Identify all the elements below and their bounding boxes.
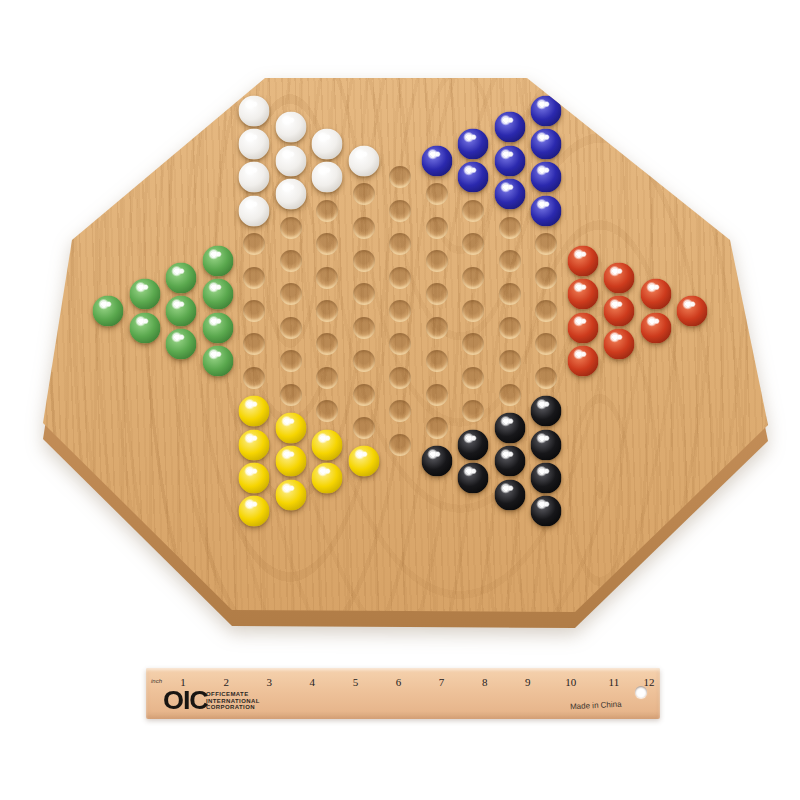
board-hole[interactable] [316, 267, 338, 289]
board-hole[interactable] [462, 233, 484, 255]
ruler-inch-number: 3 [266, 676, 272, 688]
marble-white[interactable] [239, 195, 270, 226]
marble-red[interactable] [604, 262, 635, 293]
board-hole[interactable] [353, 183, 375, 205]
board-hole[interactable] [462, 200, 484, 222]
marble-green[interactable] [202, 279, 233, 310]
board-hole[interactable] [426, 183, 448, 205]
marble-black[interactable] [458, 463, 489, 494]
marble-white[interactable] [312, 129, 343, 160]
marble-blue[interactable] [458, 162, 489, 193]
marble-white[interactable] [312, 162, 343, 193]
board-hole[interactable] [426, 250, 448, 272]
ruler-inch-number: 11 [609, 676, 620, 688]
board-hole[interactable] [535, 300, 557, 322]
marble-red[interactable] [604, 296, 635, 327]
marble-red[interactable] [640, 312, 671, 343]
board-hole[interactable] [389, 200, 411, 222]
marble-white[interactable] [348, 145, 379, 176]
marble-white[interactable] [275, 145, 306, 176]
marble-black[interactable] [421, 446, 452, 477]
board-hole[interactable] [499, 384, 521, 406]
marble-white[interactable] [239, 129, 270, 160]
marble-white[interactable] [239, 162, 270, 193]
ruler-inch-number: 4 [310, 676, 316, 688]
ruler-inch-number: 12 [644, 676, 655, 688]
marble-red[interactable] [567, 245, 598, 276]
board-hole[interactable] [389, 233, 411, 255]
board-hole[interactable] [426, 217, 448, 239]
board-hole[interactable] [389, 367, 411, 389]
marble-red[interactable] [567, 312, 598, 343]
board-hole[interactable] [316, 300, 338, 322]
board-hole[interactable] [389, 333, 411, 355]
board-hole[interactable] [462, 300, 484, 322]
marble-red[interactable] [604, 329, 635, 360]
made-in-label: Made in China [570, 700, 622, 712]
board-hole[interactable] [462, 367, 484, 389]
board-hole[interactable] [499, 217, 521, 239]
board-hole[interactable] [426, 417, 448, 439]
ruler-inch-number: 6 [396, 676, 402, 688]
marble-black[interactable] [531, 396, 562, 427]
ruler-inch-number: 9 [525, 676, 531, 688]
board-hole[interactable] [426, 317, 448, 339]
board-hole[interactable] [353, 384, 375, 406]
board-hole[interactable] [280, 384, 302, 406]
marble-white[interactable] [275, 112, 306, 143]
board-hole[interactable] [280, 350, 302, 372]
board-hole[interactable] [389, 300, 411, 322]
board-hole[interactable] [499, 250, 521, 272]
marble-yellow[interactable] [275, 479, 306, 510]
marble-blue[interactable] [458, 129, 489, 160]
board-hole[interactable] [462, 400, 484, 422]
board-hole[interactable] [535, 333, 557, 355]
marble-black[interactable] [531, 463, 562, 494]
board-hole[interactable] [280, 317, 302, 339]
marble-green[interactable] [202, 245, 233, 276]
board-hole[interactable] [389, 267, 411, 289]
board-hole[interactable] [535, 367, 557, 389]
marble-green[interactable] [93, 296, 124, 327]
marble-yellow[interactable] [275, 446, 306, 477]
board-hole[interactable] [280, 283, 302, 305]
company-name: OFFICEMATE INTERNATIONAL CORPORATION [206, 691, 260, 711]
marble-red[interactable] [567, 279, 598, 310]
marble-yellow[interactable] [312, 429, 343, 460]
board-hole[interactable] [426, 350, 448, 372]
marble-green[interactable] [166, 296, 197, 327]
marble-black[interactable] [458, 429, 489, 460]
marble-yellow[interactable] [275, 412, 306, 443]
marble-yellow[interactable] [239, 463, 270, 494]
marble-black[interactable] [494, 412, 525, 443]
marble-black[interactable] [531, 496, 562, 527]
board-hole[interactable] [316, 400, 338, 422]
marble-blue[interactable] [494, 179, 525, 210]
board-hole[interactable] [535, 267, 557, 289]
marble-yellow[interactable] [312, 463, 343, 494]
ruler: inch 123456789101112 OIC OFFICEMATE INTE… [146, 668, 660, 719]
ruler-unit-label: inch [151, 678, 162, 684]
board-hole[interactable] [389, 434, 411, 456]
board-hole[interactable] [426, 384, 448, 406]
marble-red[interactable] [640, 279, 671, 310]
board-hole[interactable] [316, 367, 338, 389]
ruler-inch-number: 8 [482, 676, 488, 688]
board-hole[interactable] [426, 283, 448, 305]
marble-green[interactable] [166, 262, 197, 293]
marble-yellow[interactable] [348, 446, 379, 477]
board-hole[interactable] [243, 267, 265, 289]
marble-green[interactable] [202, 312, 233, 343]
marble-red[interactable] [567, 346, 598, 377]
board-hole[interactable] [499, 350, 521, 372]
ruler-inch-number: 7 [439, 676, 445, 688]
board-hole[interactable] [462, 267, 484, 289]
marble-green[interactable] [202, 346, 233, 377]
ruler-hang-hole [635, 686, 647, 698]
ruler-inch-number: 10 [565, 676, 576, 688]
board-hole[interactable] [353, 217, 375, 239]
oic-logo: OIC [163, 686, 208, 715]
marble-yellow[interactable] [239, 496, 270, 527]
marble-yellow[interactable] [239, 396, 270, 427]
board-hole[interactable] [499, 283, 521, 305]
board-hole[interactable] [389, 166, 411, 188]
board-hole[interactable] [280, 250, 302, 272]
board-hole[interactable] [316, 333, 338, 355]
board-hole[interactable] [280, 217, 302, 239]
marble-blue[interactable] [494, 112, 525, 143]
marble-blue[interactable] [531, 129, 562, 160]
board-hole[interactable] [389, 400, 411, 422]
board-hole[interactable] [243, 233, 265, 255]
board-hole[interactable] [535, 233, 557, 255]
board-hole[interactable] [353, 417, 375, 439]
ruler-inch-number: 5 [353, 676, 359, 688]
marble-green[interactable] [129, 312, 160, 343]
marble-green[interactable] [129, 279, 160, 310]
board-hole[interactable] [316, 233, 338, 255]
board-hole[interactable] [353, 250, 375, 272]
board-hole[interactable] [462, 333, 484, 355]
board-hole[interactable] [243, 333, 265, 355]
marble-black[interactable] [494, 446, 525, 477]
marble-green[interactable] [166, 329, 197, 360]
board-hole[interactable] [243, 300, 265, 322]
board-hole[interactable] [243, 367, 265, 389]
marble-blue[interactable] [531, 95, 562, 126]
marble-black[interactable] [494, 479, 525, 510]
marble-yellow[interactable] [239, 429, 270, 460]
marble-red[interactable] [677, 296, 708, 327]
marble-white[interactable] [275, 179, 306, 210]
company-line: CORPORATION [206, 704, 260, 711]
board-hole[interactable] [316, 200, 338, 222]
board-hole[interactable] [353, 317, 375, 339]
board-hole[interactable] [353, 350, 375, 372]
photo-canvas: inch 123456789101112 OIC OFFICEMATE INTE… [0, 0, 800, 800]
marble-blue[interactable] [531, 162, 562, 193]
marble-blue[interactable] [421, 145, 452, 176]
board-hole[interactable] [499, 317, 521, 339]
ruler-inch-number: 2 [223, 676, 229, 688]
marble-blue[interactable] [494, 145, 525, 176]
marble-white[interactable] [239, 95, 270, 126]
board-hole[interactable] [353, 283, 375, 305]
marble-blue[interactable] [531, 195, 562, 226]
marble-black[interactable] [531, 429, 562, 460]
